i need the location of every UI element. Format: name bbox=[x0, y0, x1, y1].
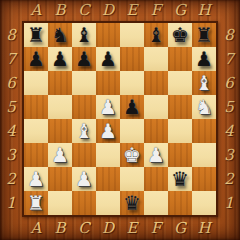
rank-label-right-7: 7 bbox=[218, 47, 240, 71]
piece-black-queen[interactable]: ♛ bbox=[168, 167, 192, 192]
rank-label-right-2: 2 bbox=[218, 167, 240, 191]
square-a4[interactable] bbox=[24, 119, 48, 143]
square-d1[interactable] bbox=[96, 191, 120, 215]
square-c3[interactable] bbox=[72, 143, 96, 167]
square-e4[interactable] bbox=[120, 119, 144, 143]
rank-label-right-5: 5 bbox=[218, 95, 240, 119]
square-e1[interactable]: ♛ bbox=[120, 191, 144, 215]
square-h3[interactable] bbox=[192, 143, 216, 167]
file-label-bottom-h: H bbox=[192, 216, 216, 240]
piece-black-pawn[interactable]: ♟ bbox=[96, 47, 120, 72]
square-g8[interactable]: ♚ bbox=[168, 23, 192, 47]
square-a1[interactable]: ♜ bbox=[24, 191, 48, 215]
file-label-top-h: H bbox=[192, 0, 216, 20]
piece-black-king[interactable]: ♚ bbox=[168, 23, 192, 48]
file-label-bottom-g: G bbox=[168, 216, 192, 240]
square-a2[interactable]: ♟ bbox=[24, 167, 48, 191]
square-f4[interactable] bbox=[144, 119, 168, 143]
file-label-top-b: B bbox=[48, 0, 72, 20]
rank-label-left-2: 2 bbox=[0, 167, 22, 191]
square-c5[interactable] bbox=[72, 95, 96, 119]
rank-label-right-4: 4 bbox=[218, 119, 240, 143]
file-label-bottom-d: D bbox=[96, 216, 120, 240]
file-label-top-e: E bbox=[120, 0, 144, 20]
square-a8[interactable]: ♜ bbox=[24, 23, 48, 47]
file-label-bottom-a: A bbox=[24, 216, 48, 240]
square-b7[interactable]: ♟ bbox=[48, 47, 72, 71]
file-label-top-f: F bbox=[144, 0, 168, 20]
piece-white-pawn[interactable]: ♟ bbox=[96, 119, 120, 144]
piece-white-pawn[interactable]: ♟ bbox=[144, 143, 168, 168]
piece-white-pawn[interactable]: ♟ bbox=[48, 143, 72, 168]
file-label-top-a: A bbox=[24, 0, 48, 20]
file-label-bottom-b: B bbox=[48, 216, 72, 240]
piece-black-knight[interactable]: ♞ bbox=[48, 23, 72, 48]
square-g4[interactable] bbox=[168, 119, 192, 143]
file-label-bottom-e: E bbox=[120, 216, 144, 240]
piece-white-bishop[interactable]: ♝ bbox=[192, 71, 216, 96]
square-c8[interactable]: ♝ bbox=[72, 23, 96, 47]
piece-black-pawn[interactable]: ♟ bbox=[24, 47, 48, 72]
square-g3[interactable] bbox=[168, 143, 192, 167]
piece-black-rook[interactable]: ♜ bbox=[24, 23, 48, 48]
square-f5[interactable] bbox=[144, 95, 168, 119]
file-labels-top: ABCDEFGH bbox=[24, 0, 216, 20]
square-h5[interactable]: ♞ bbox=[192, 95, 216, 119]
square-c7[interactable]: ♟ bbox=[72, 47, 96, 71]
square-b5[interactable] bbox=[48, 95, 72, 119]
piece-black-rook[interactable]: ♜ bbox=[192, 23, 216, 48]
piece-black-bishop[interactable]: ♝ bbox=[72, 23, 96, 48]
file-labels-bottom: ABCDEFGH bbox=[24, 216, 216, 240]
square-c1[interactable] bbox=[72, 191, 96, 215]
piece-black-pawn[interactable]: ♟ bbox=[72, 47, 96, 72]
square-a6[interactable] bbox=[24, 71, 48, 95]
square-d3[interactable] bbox=[96, 143, 120, 167]
piece-white-bishop[interactable]: ♝ bbox=[72, 119, 96, 144]
square-f3[interactable]: ♟ bbox=[144, 143, 168, 167]
square-b4[interactable] bbox=[48, 119, 72, 143]
square-f1[interactable] bbox=[144, 191, 168, 215]
rank-label-left-3: 3 bbox=[0, 143, 22, 167]
square-d7[interactable]: ♟ bbox=[96, 47, 120, 71]
rank-label-left-5: 5 bbox=[0, 95, 22, 119]
square-h1[interactable] bbox=[192, 191, 216, 215]
rank-label-right-8: 8 bbox=[218, 23, 240, 47]
square-g5[interactable] bbox=[168, 95, 192, 119]
rank-label-right-3: 3 bbox=[218, 143, 240, 167]
rank-labels-right: 87654321 bbox=[218, 23, 240, 215]
square-b8[interactable]: ♞ bbox=[48, 23, 72, 47]
rank-label-left-6: 6 bbox=[0, 71, 22, 95]
square-g1[interactable] bbox=[168, 191, 192, 215]
square-c6[interactable] bbox=[72, 71, 96, 95]
rank-label-left-1: 1 bbox=[0, 191, 22, 215]
square-h2[interactable] bbox=[192, 167, 216, 191]
square-f7[interactable] bbox=[144, 47, 168, 71]
square-d6[interactable] bbox=[96, 71, 120, 95]
piece-black-queen[interactable]: ♛ bbox=[120, 191, 144, 216]
square-b1[interactable] bbox=[48, 191, 72, 215]
piece-white-pawn[interactable]: ♟ bbox=[72, 167, 96, 192]
square-d2[interactable] bbox=[96, 167, 120, 191]
square-a7[interactable]: ♟ bbox=[24, 47, 48, 71]
square-e7[interactable] bbox=[120, 47, 144, 71]
square-g6[interactable] bbox=[168, 71, 192, 95]
piece-white-king[interactable]: ♚ bbox=[120, 143, 144, 168]
file-label-bottom-f: F bbox=[144, 216, 168, 240]
square-h6[interactable]: ♝ bbox=[192, 71, 216, 95]
square-f6[interactable] bbox=[144, 71, 168, 95]
square-h8[interactable]: ♜ bbox=[192, 23, 216, 47]
square-d8[interactable] bbox=[96, 23, 120, 47]
square-g2[interactable]: ♛ bbox=[168, 167, 192, 191]
rank-label-left-8: 8 bbox=[0, 23, 22, 47]
chess-board-app: ABCDEFGH ABCDEFGH 87654321 87654321 ♜♞♝♝… bbox=[0, 0, 240, 240]
file-label-top-g: G bbox=[168, 0, 192, 20]
rank-label-left-4: 4 bbox=[0, 119, 22, 143]
piece-white-pawn[interactable]: ♟ bbox=[96, 95, 120, 120]
square-e3[interactable]: ♚ bbox=[120, 143, 144, 167]
square-h7[interactable]: ♟ bbox=[192, 47, 216, 71]
file-label-top-c: C bbox=[72, 0, 96, 20]
square-g7[interactable] bbox=[168, 47, 192, 71]
square-c4[interactable]: ♝ bbox=[72, 119, 96, 143]
piece-white-rook[interactable]: ♜ bbox=[24, 191, 48, 216]
chess-board: ♜♞♝♝♚♜♟♟♟♟♟♝♟♟♞♝♟♟♚♟♟♟♛♜♛ bbox=[22, 21, 218, 217]
piece-black-pawn[interactable]: ♟ bbox=[48, 47, 72, 72]
piece-black-pawn[interactable]: ♟ bbox=[120, 95, 144, 120]
rank-label-right-6: 6 bbox=[218, 71, 240, 95]
square-a3[interactable] bbox=[24, 143, 48, 167]
square-f8[interactable]: ♝ bbox=[144, 23, 168, 47]
piece-black-bishop[interactable]: ♝ bbox=[144, 23, 168, 48]
square-e8[interactable] bbox=[120, 23, 144, 47]
piece-black-pawn[interactable]: ♟ bbox=[192, 47, 216, 72]
square-e6[interactable] bbox=[120, 71, 144, 95]
square-b3[interactable]: ♟ bbox=[48, 143, 72, 167]
square-f2[interactable] bbox=[144, 167, 168, 191]
square-h4[interactable] bbox=[192, 119, 216, 143]
square-e2[interactable] bbox=[120, 167, 144, 191]
square-e5[interactable]: ♟ bbox=[120, 95, 144, 119]
file-label-top-d: D bbox=[96, 0, 120, 20]
square-d4[interactable]: ♟ bbox=[96, 119, 120, 143]
square-c2[interactable]: ♟ bbox=[72, 167, 96, 191]
square-a5[interactable] bbox=[24, 95, 48, 119]
square-b2[interactable] bbox=[48, 167, 72, 191]
rank-labels-left: 87654321 bbox=[0, 23, 22, 215]
piece-white-pawn[interactable]: ♟ bbox=[24, 167, 48, 192]
rank-label-right-1: 1 bbox=[218, 191, 240, 215]
square-d5[interactable]: ♟ bbox=[96, 95, 120, 119]
piece-white-knight[interactable]: ♞ bbox=[192, 95, 216, 120]
rank-label-left-7: 7 bbox=[0, 47, 22, 71]
file-label-bottom-c: C bbox=[72, 216, 96, 240]
square-b6[interactable] bbox=[48, 71, 72, 95]
